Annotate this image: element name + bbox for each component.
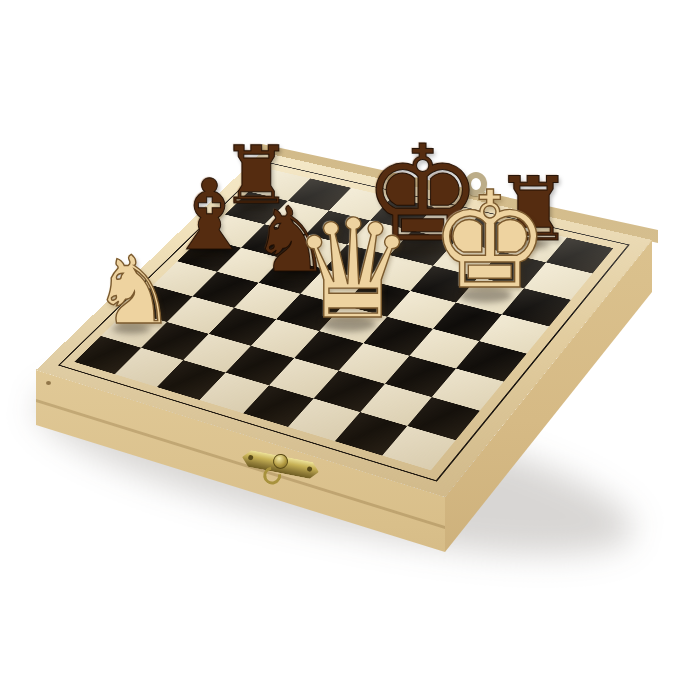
piece-white-queen-e4[interactable]: ♛ [292, 201, 415, 338]
piece-black-bishop-a5[interactable]: ♝ [165, 166, 253, 264]
piece-white-king-g6[interactable]: ♚ [430, 175, 550, 309]
piece-white-knight-a2[interactable]: ♞ [92, 244, 176, 338]
pieces-layer: ♜♜♚♝♞♚♛♞ [0, 0, 700, 700]
product-photo-scene: ♜♜♚♝♞♚♛♞ [0, 0, 700, 700]
